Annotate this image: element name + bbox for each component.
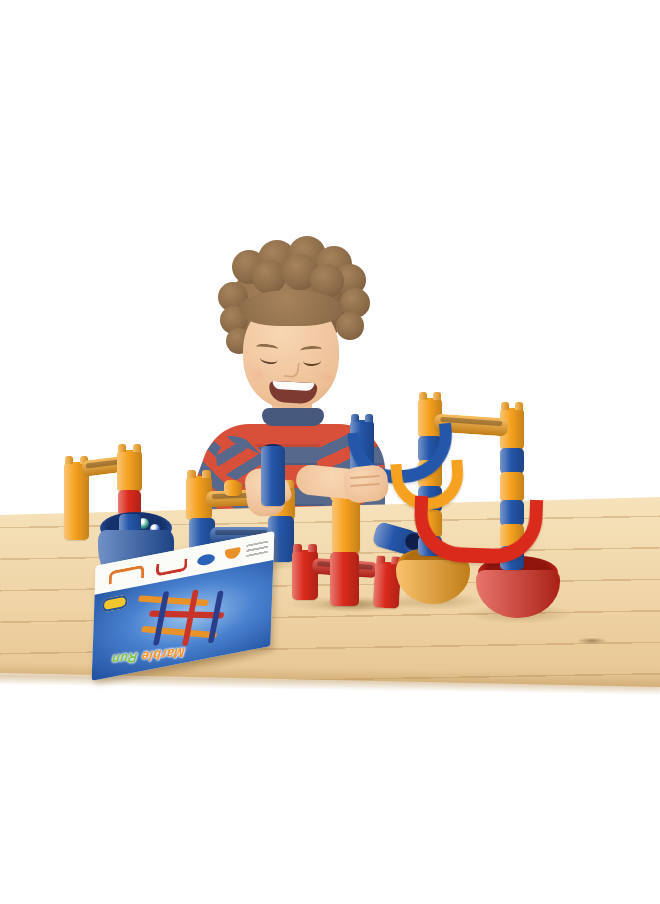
red-tube (330, 552, 359, 606)
booklet-title-word1: Marble (141, 644, 186, 664)
diagram-bridge (109, 565, 145, 585)
diagram-funnel (225, 547, 241, 560)
diagram-text-lines (246, 541, 268, 558)
right-tower-orange (500, 472, 524, 502)
held-blue-tube (261, 446, 285, 506)
orange-pillar (117, 450, 142, 492)
product-photo: Marble Run (0, 0, 660, 904)
right-cheek (318, 370, 336, 384)
shirt-collar (262, 408, 324, 426)
diagram-base (197, 553, 215, 567)
right-tower-blue (500, 448, 524, 474)
booklet-title-word2: Run (111, 649, 139, 667)
left-cheek (248, 368, 268, 382)
orange-tube (332, 498, 360, 554)
cover-logo (102, 594, 128, 612)
child (0, 0, 660, 904)
fringe (240, 290, 342, 326)
red-pillar-left (292, 550, 318, 600)
cover-run-rod (138, 595, 209, 606)
cover-run-rod (141, 626, 218, 639)
diagram-h-piece (156, 558, 188, 576)
